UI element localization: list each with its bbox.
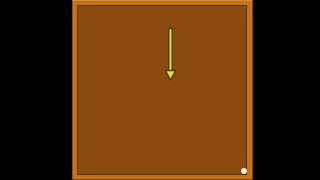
side-to-move-dot — [241, 168, 247, 174]
chess-board[interactable] — [77, 5, 247, 175]
chess-screenshot — [0, 0, 320, 180]
